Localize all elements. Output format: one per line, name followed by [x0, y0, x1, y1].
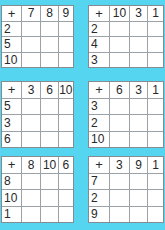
- col-header: 6: [41, 82, 57, 98]
- answer-cell: [148, 190, 163, 206]
- answer-cell: [110, 174, 129, 190]
- col-header: 3: [22, 82, 40, 98]
- col-header: 6: [110, 82, 129, 98]
- answer-cell: [22, 190, 40, 206]
- answer-cell: [41, 190, 57, 206]
- answer-cell: [110, 190, 129, 206]
- row-header: 2: [89, 115, 109, 131]
- row-header: 5: [2, 37, 21, 52]
- row-header: 2: [89, 190, 109, 206]
- answer-cell: [22, 37, 40, 52]
- col-header: 7: [22, 6, 40, 21]
- col-header: 1: [148, 157, 163, 173]
- col-header: 8: [22, 157, 40, 173]
- answer-cell: [110, 99, 129, 115]
- plus-icon: +: [89, 82, 109, 98]
- plus-icon: +: [2, 157, 21, 173]
- answer-cell: [148, 22, 163, 37]
- row-header: 5: [2, 99, 21, 115]
- answer-cell: [148, 37, 163, 52]
- answer-cell: [22, 53, 40, 68]
- answer-cell: [110, 115, 129, 131]
- answer-cell: [148, 115, 163, 131]
- row-header: 9: [89, 207, 109, 223]
- answer-cell: [41, 174, 57, 190]
- answer-cell: [41, 132, 57, 148]
- plus-icon: +: [2, 6, 21, 21]
- answer-cell: [148, 53, 163, 68]
- answer-cell: [59, 115, 73, 131]
- row-header: 4: [89, 37, 109, 52]
- answer-cell: [41, 99, 57, 115]
- answer-cell: [59, 207, 73, 223]
- answer-cell: [148, 99, 163, 115]
- answer-cell: [22, 174, 40, 190]
- row-header: 2: [89, 22, 109, 37]
- row-header: 10: [89, 132, 109, 148]
- answer-cell: [130, 22, 147, 37]
- col-header: 9: [130, 157, 147, 173]
- answer-cell: [130, 190, 147, 206]
- answer-cell: [148, 132, 163, 148]
- answer-cell: [110, 132, 129, 148]
- answer-cell: [130, 37, 147, 52]
- row-header: 10: [2, 190, 21, 206]
- answer-cell: [59, 53, 73, 68]
- answer-cell: [22, 132, 40, 148]
- answer-cell: [59, 37, 73, 52]
- row-header: 2: [2, 22, 21, 37]
- answer-cell: [130, 132, 147, 148]
- row-header: 6: [2, 132, 21, 148]
- answer-cell: [59, 174, 73, 190]
- answer-cell: [59, 22, 73, 37]
- plus-icon: +: [89, 6, 109, 21]
- answer-cell: [110, 22, 129, 37]
- col-header: 3: [130, 82, 147, 98]
- addition-table-6: + 3 9 1 7 2 9: [88, 156, 164, 223]
- row-header: 1: [2, 207, 21, 223]
- col-header: 8: [41, 6, 57, 21]
- answer-cell: [41, 37, 57, 52]
- answer-cell: [130, 99, 147, 115]
- addition-table-1: + 7 8 9 2 5 10: [1, 5, 74, 68]
- answer-cell: [130, 53, 147, 68]
- col-header: 10: [41, 157, 57, 173]
- row-header: 3: [89, 53, 109, 68]
- answer-cell: [22, 115, 40, 131]
- answer-cell: [41, 22, 57, 37]
- addition-table-4: + 6 3 1 3 2 10: [88, 81, 164, 148]
- plus-icon: +: [2, 82, 21, 98]
- col-header: 6: [59, 157, 73, 173]
- row-header: 3: [89, 99, 109, 115]
- col-header: 3: [130, 6, 147, 21]
- col-header: 3: [110, 157, 129, 173]
- answer-cell: [41, 53, 57, 68]
- answer-cell: [59, 132, 73, 148]
- answer-cell: [110, 207, 129, 223]
- addition-table-2: + 10 3 1 2 4 3: [88, 5, 164, 68]
- row-header: 3: [2, 115, 21, 131]
- answer-cell: [148, 207, 163, 223]
- row-header: 8: [2, 174, 21, 190]
- answer-cell: [41, 207, 57, 223]
- answer-cell: [22, 207, 40, 223]
- addition-table-5: + 8 10 6 8 10 1: [1, 156, 74, 223]
- answer-cell: [110, 37, 129, 52]
- answer-cell: [41, 115, 57, 131]
- row-header: 10: [2, 53, 21, 68]
- answer-cell: [130, 207, 147, 223]
- col-header: 9: [59, 6, 73, 21]
- answer-cell: [130, 174, 147, 190]
- answer-cell: [22, 99, 40, 115]
- col-header: 10: [110, 6, 129, 21]
- col-header: 10: [59, 82, 73, 98]
- col-header: 1: [148, 82, 163, 98]
- answer-cell: [59, 99, 73, 115]
- answer-cell: [59, 190, 73, 206]
- addition-table-3: + 3 6 10 5 3 6: [1, 81, 74, 148]
- answer-cell: [148, 174, 163, 190]
- answer-cell: [130, 115, 147, 131]
- row-header: 7: [89, 174, 109, 190]
- answer-cell: [22, 22, 40, 37]
- answer-cell: [110, 53, 129, 68]
- col-header: 1: [148, 6, 163, 21]
- plus-icon: +: [89, 157, 109, 173]
